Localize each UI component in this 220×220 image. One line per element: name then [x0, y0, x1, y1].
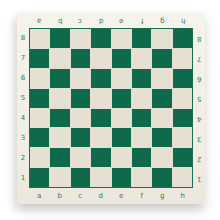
- file-label-f: f: [141, 193, 143, 200]
- square-a4[interactable]: [30, 109, 49, 128]
- square-h1[interactable]: [173, 168, 192, 187]
- rank-label-4: 4: [21, 115, 25, 122]
- square-c6[interactable]: [71, 69, 90, 88]
- rank-label-5: 5: [197, 95, 201, 102]
- square-d8[interactable]: [91, 29, 110, 48]
- rank-label-8: 8: [197, 35, 201, 42]
- square-h8[interactable]: [173, 29, 192, 48]
- chess-mat: abcdefgh 87654321 87654321 abcdefgh: [17, 12, 205, 204]
- rank-label-5: 5: [21, 95, 25, 102]
- square-h6[interactable]: [173, 69, 192, 88]
- square-e8[interactable]: [112, 29, 131, 48]
- rank-label-2: 2: [197, 155, 201, 162]
- rank-label-7: 7: [21, 55, 25, 62]
- file-label-h: h: [181, 17, 185, 24]
- square-b7[interactable]: [50, 49, 69, 68]
- rank-label-4: 4: [197, 115, 201, 122]
- square-c7[interactable]: [71, 49, 90, 68]
- file-label-e: e: [119, 17, 123, 24]
- square-b4[interactable]: [50, 109, 69, 128]
- square-a2[interactable]: [30, 148, 49, 167]
- square-f2[interactable]: [132, 148, 151, 167]
- square-g4[interactable]: [152, 109, 171, 128]
- square-e4[interactable]: [112, 109, 131, 128]
- square-e2[interactable]: [112, 148, 131, 167]
- file-label-a: a: [37, 17, 41, 24]
- rank-label-2: 2: [21, 155, 25, 162]
- square-e7[interactable]: [112, 49, 131, 68]
- square-g8[interactable]: [152, 29, 171, 48]
- square-d7[interactable]: [91, 49, 110, 68]
- square-c2[interactable]: [71, 148, 90, 167]
- square-b1[interactable]: [50, 168, 69, 187]
- file-label-g: g: [160, 17, 164, 24]
- file-label-h: h: [181, 193, 185, 200]
- square-b5[interactable]: [50, 89, 69, 108]
- square-c5[interactable]: [71, 89, 90, 108]
- square-f5[interactable]: [132, 89, 151, 108]
- file-labels-bottom: abcdefgh: [29, 188, 193, 204]
- square-b3[interactable]: [50, 128, 69, 147]
- square-b2[interactable]: [50, 148, 69, 167]
- square-g5[interactable]: [152, 89, 171, 108]
- square-a1[interactable]: [30, 168, 49, 187]
- square-d4[interactable]: [91, 109, 110, 128]
- rank-labels-left: 87654321: [17, 28, 29, 188]
- file-label-d: d: [99, 193, 103, 200]
- file-label-g: g: [160, 193, 164, 200]
- rank-label-6: 6: [197, 75, 201, 82]
- square-g3[interactable]: [152, 128, 171, 147]
- square-e5[interactable]: [112, 89, 131, 108]
- square-c3[interactable]: [71, 128, 90, 147]
- rank-labels-right: 87654321: [193, 28, 205, 188]
- square-a5[interactable]: [30, 89, 49, 108]
- rank-label-7: 7: [197, 55, 201, 62]
- square-c4[interactable]: [71, 109, 90, 128]
- mat-corner: [17, 188, 29, 204]
- file-label-d: d: [99, 17, 103, 24]
- square-b6[interactable]: [50, 69, 69, 88]
- file-label-e: e: [119, 193, 123, 200]
- mat-corner: [17, 12, 29, 28]
- square-e1[interactable]: [112, 168, 131, 187]
- mat-corner: [193, 12, 205, 28]
- square-e3[interactable]: [112, 128, 131, 147]
- square-f4[interactable]: [132, 109, 151, 128]
- square-d5[interactable]: [91, 89, 110, 108]
- square-a6[interactable]: [30, 69, 49, 88]
- square-d1[interactable]: [91, 168, 110, 187]
- file-label-c: c: [78, 193, 82, 200]
- square-f8[interactable]: [132, 29, 151, 48]
- square-h5[interactable]: [173, 89, 192, 108]
- file-label-f: f: [141, 17, 143, 24]
- square-c8[interactable]: [71, 29, 90, 48]
- rank-label-3: 3: [21, 135, 25, 142]
- square-g2[interactable]: [152, 148, 171, 167]
- square-g7[interactable]: [152, 49, 171, 68]
- square-c1[interactable]: [71, 168, 90, 187]
- file-label-b: b: [58, 17, 62, 24]
- product-photo: abcdefgh 87654321 87654321 abcdefgh: [0, 0, 220, 220]
- file-label-c: c: [78, 17, 82, 24]
- mat-corner: [193, 188, 205, 204]
- rank-label-1: 1: [21, 175, 25, 182]
- square-h7[interactable]: [173, 49, 192, 68]
- square-e6[interactable]: [112, 69, 131, 88]
- board: [29, 28, 193, 188]
- rank-label-8: 8: [21, 35, 25, 42]
- square-a3[interactable]: [30, 128, 49, 147]
- square-h3[interactable]: [173, 128, 192, 147]
- square-g6[interactable]: [152, 69, 171, 88]
- square-d2[interactable]: [91, 148, 110, 167]
- square-b8[interactable]: [50, 29, 69, 48]
- square-h4[interactable]: [173, 109, 192, 128]
- square-d6[interactable]: [91, 69, 110, 88]
- rank-label-1: 1: [197, 175, 201, 182]
- mat-grid: abcdefgh 87654321 87654321 abcdefgh: [17, 12, 205, 204]
- rank-label-6: 6: [21, 75, 25, 82]
- square-d3[interactable]: [91, 128, 110, 147]
- square-g1[interactable]: [152, 168, 171, 187]
- square-f3[interactable]: [132, 128, 151, 147]
- file-label-a: a: [37, 193, 41, 200]
- file-labels-top: abcdefgh: [29, 12, 193, 28]
- file-label-b: b: [58, 193, 62, 200]
- square-a8[interactable]: [30, 29, 49, 48]
- square-h2[interactable]: [173, 148, 192, 167]
- square-f6[interactable]: [132, 69, 151, 88]
- rank-label-3: 3: [197, 135, 201, 142]
- square-f1[interactable]: [132, 168, 151, 187]
- square-a7[interactable]: [30, 49, 49, 68]
- square-f7[interactable]: [132, 49, 151, 68]
